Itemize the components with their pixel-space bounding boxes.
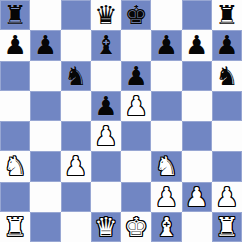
square-g4[interactable] [182, 121, 212, 151]
square-f2[interactable]: ♟ [151, 182, 181, 212]
square-d2[interactable] [91, 182, 121, 212]
square-d8[interactable]: ♛ [91, 0, 121, 30]
square-d5[interactable]: ♟ [91, 91, 121, 121]
square-b3[interactable] [30, 151, 60, 181]
square-c6[interactable]: ♞ [61, 61, 91, 91]
square-h7[interactable]: ♟ [212, 30, 242, 60]
square-h3[interactable] [212, 151, 242, 181]
square-a6[interactable] [0, 61, 30, 91]
black-knight-c6[interactable]: ♞ [64, 61, 87, 91]
black-knight-h6[interactable]: ♞ [215, 61, 238, 91]
square-h6[interactable]: ♞ [212, 61, 242, 91]
black-bishop-d7[interactable]: ♝ [94, 30, 117, 60]
white-bishop-f1[interactable]: ♝ [155, 212, 178, 242]
black-pawn-a7[interactable]: ♟ [3, 30, 26, 60]
square-g3[interactable] [182, 151, 212, 181]
square-h8[interactable]: ♜ [212, 0, 242, 30]
square-c1[interactable] [61, 212, 91, 242]
black-rook-a8[interactable]: ♜ [3, 0, 26, 30]
square-f7[interactable]: ♟ [151, 30, 181, 60]
square-h1[interactable]: ♜ [212, 212, 242, 242]
square-c2[interactable] [61, 182, 91, 212]
square-e6[interactable]: ♟ [121, 61, 151, 91]
square-d4[interactable]: ♟ [91, 121, 121, 151]
black-queen-d8[interactable]: ♛ [94, 0, 117, 30]
square-c8[interactable] [61, 0, 91, 30]
black-pawn-b7[interactable]: ♟ [34, 30, 57, 60]
square-g1[interactable] [182, 212, 212, 242]
white-rook-h1[interactable]: ♜ [215, 212, 238, 242]
square-e5[interactable]: ♟ [121, 91, 151, 121]
square-e4[interactable] [121, 121, 151, 151]
square-c7[interactable] [61, 30, 91, 60]
square-d6[interactable] [91, 61, 121, 91]
square-e3[interactable] [121, 151, 151, 181]
square-c3[interactable]: ♟ [61, 151, 91, 181]
square-h4[interactable] [212, 121, 242, 151]
square-g2[interactable]: ♟ [182, 182, 212, 212]
square-b7[interactable]: ♟ [30, 30, 60, 60]
black-rook-h8[interactable]: ♜ [215, 0, 238, 30]
square-f3[interactable]: ♞ [151, 151, 181, 181]
black-pawn-g7[interactable]: ♟ [185, 30, 208, 60]
square-f6[interactable] [151, 61, 181, 91]
white-pawn-e5[interactable]: ♟ [124, 91, 147, 121]
square-b5[interactable] [30, 91, 60, 121]
square-b6[interactable] [30, 61, 60, 91]
black-king-e8[interactable]: ♚ [124, 0, 147, 30]
square-a2[interactable] [0, 182, 30, 212]
square-b2[interactable] [30, 182, 60, 212]
square-e7[interactable] [121, 30, 151, 60]
square-a7[interactable]: ♟ [0, 30, 30, 60]
square-e2[interactable] [121, 182, 151, 212]
square-b4[interactable] [30, 121, 60, 151]
square-g8[interactable] [182, 0, 212, 30]
square-d7[interactable]: ♝ [91, 30, 121, 60]
square-e1[interactable]: ♚ [121, 212, 151, 242]
white-king-e1[interactable]: ♚ [124, 212, 147, 242]
square-a3[interactable]: ♞ [0, 151, 30, 181]
white-knight-a3[interactable]: ♞ [3, 151, 26, 181]
square-e8[interactable]: ♚ [121, 0, 151, 30]
white-knight-f3[interactable]: ♞ [155, 151, 178, 181]
square-c5[interactable] [61, 91, 91, 121]
square-f4[interactable] [151, 121, 181, 151]
white-pawn-g2[interactable]: ♟ [185, 182, 208, 212]
white-pawn-h2[interactable]: ♟ [215, 182, 238, 212]
square-h5[interactable] [212, 91, 242, 121]
square-h2[interactable]: ♟ [212, 182, 242, 212]
square-f1[interactable]: ♝ [151, 212, 181, 242]
black-pawn-f7[interactable]: ♟ [155, 30, 178, 60]
square-g6[interactable] [182, 61, 212, 91]
white-queen-d1[interactable]: ♛ [94, 212, 117, 242]
square-f5[interactable] [151, 91, 181, 121]
black-pawn-d5[interactable]: ♟ [94, 91, 117, 121]
white-pawn-c3[interactable]: ♟ [64, 151, 87, 181]
square-a1[interactable]: ♜ [0, 212, 30, 242]
white-pawn-f2[interactable]: ♟ [155, 182, 178, 212]
square-b8[interactable] [30, 0, 60, 30]
square-g5[interactable] [182, 91, 212, 121]
chess-board: ♜♛♚♜♟♟♝♟♟♟♞♟♞♟♟♟♞♟♞♟♟♟♜♛♚♝♜ [0, 0, 242, 242]
square-a5[interactable] [0, 91, 30, 121]
black-pawn-e6[interactable]: ♟ [124, 61, 147, 91]
square-f8[interactable] [151, 0, 181, 30]
square-a8[interactable]: ♜ [0, 0, 30, 30]
square-d3[interactable] [91, 151, 121, 181]
square-d1[interactable]: ♛ [91, 212, 121, 242]
white-rook-a1[interactable]: ♜ [3, 212, 26, 242]
square-g7[interactable]: ♟ [182, 30, 212, 60]
square-a4[interactable] [0, 121, 30, 151]
square-c4[interactable] [61, 121, 91, 151]
square-b1[interactable] [30, 212, 60, 242]
white-pawn-d4[interactable]: ♟ [94, 121, 117, 151]
black-pawn-h7[interactable]: ♟ [215, 30, 238, 60]
